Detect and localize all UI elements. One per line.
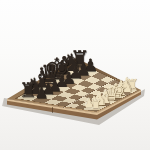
hinge-seam-front (52, 107, 53, 113)
product-photo: ♜♞♟♟♝♟♚♟♛♟♟♝♜♟♟♞♞♟♝♟♟♜♚♟♟♛♟♝♟♞♟♜ (0, 0, 150, 150)
